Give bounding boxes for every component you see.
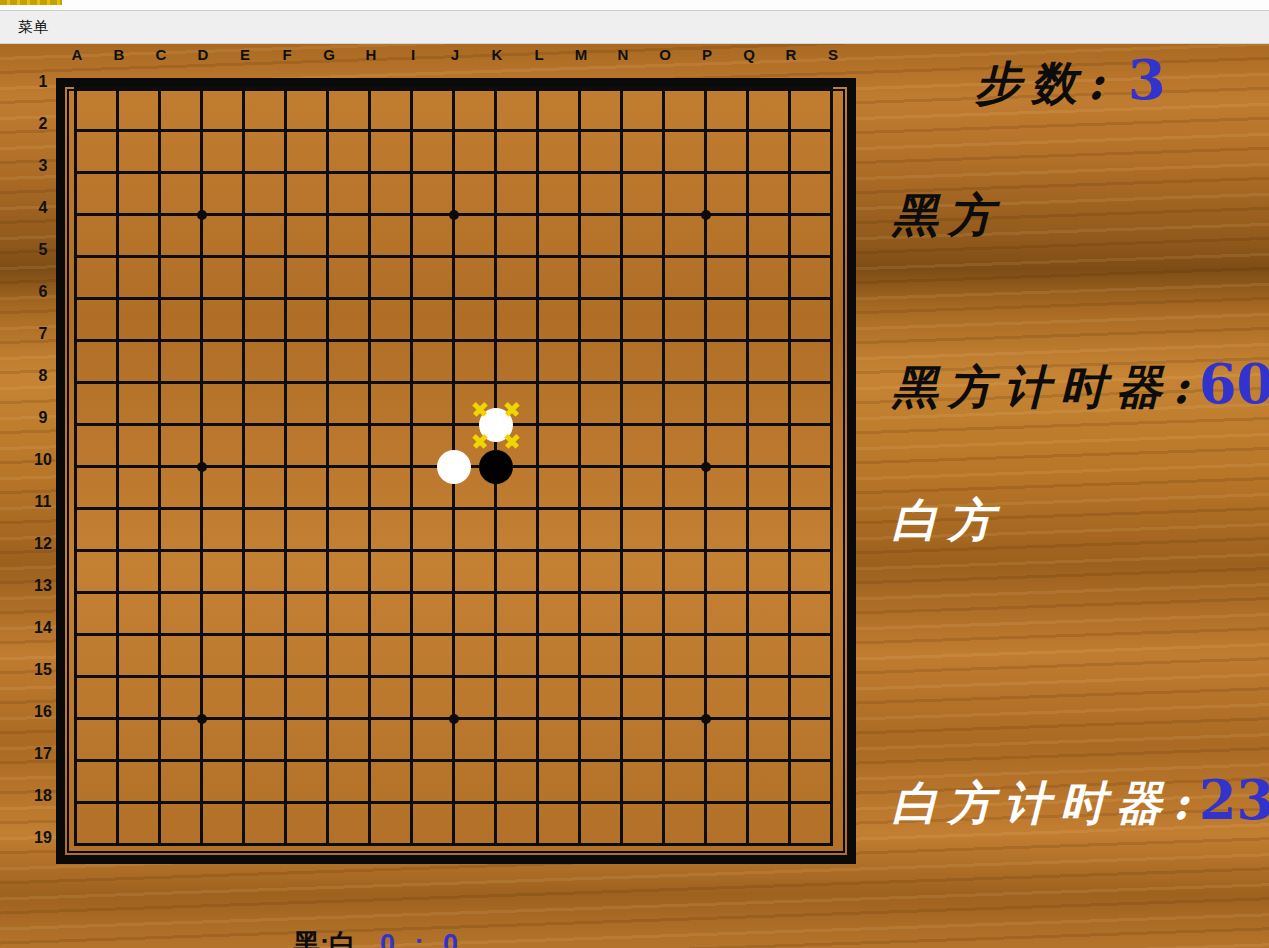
go-board-grid[interactable] bbox=[74, 87, 833, 846]
move-count-row: 步数:3 bbox=[975, 48, 1166, 115]
menu-item-menu[interactable]: 菜单 bbox=[18, 18, 48, 37]
score-label: 黑:白 bbox=[293, 929, 356, 948]
row-label-13: 13 bbox=[28, 577, 58, 595]
row-label-8: 8 bbox=[28, 367, 58, 385]
score-bar: 黑:白0 : 0 bbox=[293, 926, 464, 948]
menubar: 菜单 bbox=[0, 10, 1269, 44]
row-label-17: 17 bbox=[28, 745, 58, 763]
row-label-6: 6 bbox=[28, 283, 58, 301]
black-timer-label: 黑方计时器: bbox=[892, 360, 1199, 414]
col-label-K: K bbox=[480, 46, 514, 63]
row-label-12: 12 bbox=[28, 535, 58, 553]
stone-black-K10 bbox=[479, 450, 513, 484]
col-label-G: G bbox=[312, 46, 346, 63]
col-label-I: I bbox=[396, 46, 430, 63]
white-side-row: 白方 bbox=[892, 490, 1004, 552]
move-count-value: 3 bbox=[1128, 48, 1166, 112]
row-label-18: 18 bbox=[28, 787, 58, 805]
row-label-7: 7 bbox=[28, 325, 58, 343]
score-value: 0 : 0 bbox=[380, 929, 464, 948]
black-timer-value: 60 bbox=[1199, 352, 1269, 416]
col-label-M: M bbox=[564, 46, 598, 63]
star-point-J4 bbox=[449, 210, 459, 220]
star-point-P4 bbox=[701, 210, 711, 220]
white-timer-row: 白方计时器:23 bbox=[892, 768, 1269, 835]
move-count-label: 步数: bbox=[975, 56, 1114, 110]
stone-white-J10 bbox=[437, 450, 471, 484]
col-label-S: S bbox=[816, 46, 850, 63]
star-point-P16 bbox=[701, 714, 711, 724]
star-point-D16 bbox=[197, 714, 207, 724]
col-label-R: R bbox=[774, 46, 808, 63]
star-point-D10 bbox=[197, 462, 207, 472]
white-timer-label: 白方计时器: bbox=[892, 776, 1199, 830]
row-label-2: 2 bbox=[28, 115, 58, 133]
row-label-10: 10 bbox=[28, 451, 58, 469]
row-label-9: 9 bbox=[28, 409, 58, 427]
col-label-L: L bbox=[522, 46, 556, 63]
star-point-D4 bbox=[197, 210, 207, 220]
col-label-O: O bbox=[648, 46, 682, 63]
black-side-row: 黑方 bbox=[892, 185, 1004, 247]
col-label-J: J bbox=[438, 46, 472, 63]
top-strip bbox=[0, 0, 1269, 10]
col-label-F: F bbox=[270, 46, 304, 63]
white-side-label: 白方 bbox=[892, 493, 1004, 547]
star-point-P10 bbox=[701, 462, 711, 472]
row-label-3: 3 bbox=[28, 157, 58, 175]
col-label-C: C bbox=[144, 46, 178, 63]
col-label-P: P bbox=[690, 46, 724, 63]
row-label-1: 1 bbox=[28, 73, 58, 91]
col-label-N: N bbox=[606, 46, 640, 63]
row-label-14: 14 bbox=[28, 619, 58, 637]
col-label-D: D bbox=[186, 46, 220, 63]
col-label-Q: Q bbox=[732, 46, 766, 63]
col-label-B: B bbox=[102, 46, 136, 63]
row-label-5: 5 bbox=[28, 241, 58, 259]
white-timer-value: 23 bbox=[1199, 768, 1269, 832]
row-label-11: 11 bbox=[28, 493, 58, 511]
row-label-19: 19 bbox=[28, 829, 58, 847]
background-window-fragment bbox=[0, 0, 62, 5]
row-label-15: 15 bbox=[28, 661, 58, 679]
star-point-J16 bbox=[449, 714, 459, 724]
row-label-16: 16 bbox=[28, 703, 58, 721]
col-label-E: E bbox=[228, 46, 262, 63]
row-label-4: 4 bbox=[28, 199, 58, 217]
col-label-H: H bbox=[354, 46, 388, 63]
col-label-A: A bbox=[60, 46, 94, 63]
black-timer-row: 黑方计时器:60 bbox=[892, 352, 1269, 419]
black-side-label: 黑方 bbox=[892, 188, 1004, 242]
